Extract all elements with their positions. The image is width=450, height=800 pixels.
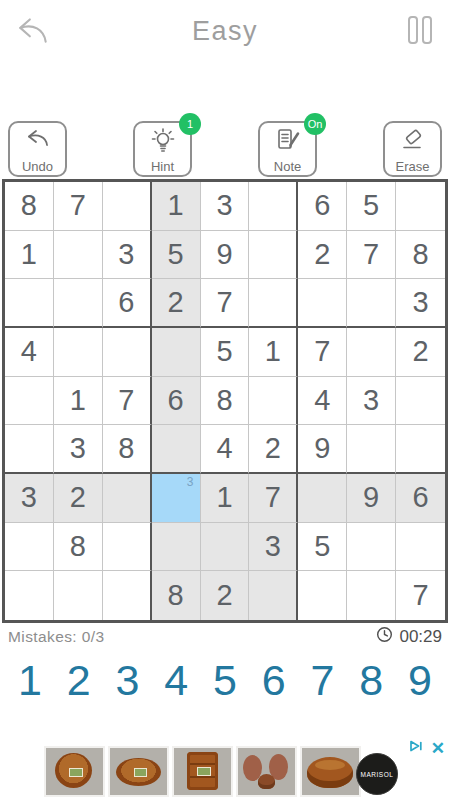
pause-icon	[406, 32, 434, 49]
cell-r6c5[interactable]: 4	[201, 425, 250, 474]
cell-r7c8[interactable]: 9	[347, 474, 396, 523]
cell-r9c5[interactable]: 2	[201, 571, 250, 620]
note-label: Note	[274, 160, 301, 173]
cell-r5c1[interactable]	[5, 377, 54, 426]
cell-r1c4[interactable]: 1	[152, 182, 201, 231]
pause-button[interactable]	[406, 14, 434, 46]
timer: 00:29	[376, 626, 442, 648]
cell-r3c2[interactable]	[54, 279, 103, 328]
ad-thumbnail-round-bowl[interactable]	[44, 746, 105, 797]
cell-r8c9[interactable]	[396, 523, 445, 572]
toolbar: Undo Hint 1 Note On	[0, 121, 450, 179]
number-pad: 123456789	[0, 650, 450, 710]
erase-button[interactable]: Erase	[383, 121, 442, 177]
cell-r4c4[interactable]	[152, 328, 201, 377]
cell-r4c5[interactable]: 5	[201, 328, 250, 377]
cell-r5c9[interactable]	[396, 377, 445, 426]
cell-r7c3[interactable]	[103, 474, 152, 523]
cell-r2c4[interactable]: 5	[152, 231, 201, 280]
mistakes-counter: Mistakes: 0/3	[8, 628, 105, 646]
cell-r8c7[interactable]: 5	[298, 523, 347, 572]
ad-close-icon[interactable]: ✕	[431, 740, 445, 757]
cell-r2c7[interactable]: 2	[298, 231, 347, 280]
cell-r6c2[interactable]: 3	[54, 425, 103, 474]
cell-r7c1[interactable]: 3	[5, 474, 54, 523]
numpad-9[interactable]: 9	[408, 650, 432, 710]
note-button[interactable]: Note On	[258, 121, 317, 177]
cell-r3c9[interactable]: 3	[396, 279, 445, 328]
sudoku-grid: 8713651359278627345172176843384293231796…	[2, 179, 448, 623]
numpad-5[interactable]: 5	[213, 650, 237, 710]
cell-r7c6[interactable]: 7	[249, 474, 298, 523]
numpad-8[interactable]: 8	[359, 650, 383, 710]
numpad-4[interactable]: 4	[164, 650, 188, 710]
cell-r9c1[interactable]	[5, 571, 54, 620]
cell-r2c1[interactable]: 1	[5, 231, 54, 280]
erase-label: Erase	[396, 160, 430, 173]
clock-icon	[376, 626, 393, 648]
ad-thumbnail-plate-set[interactable]	[236, 746, 297, 797]
cell-r5c8[interactable]: 3	[347, 377, 396, 426]
cell-r1c6[interactable]	[249, 182, 298, 231]
undo-button[interactable]: Undo	[8, 121, 67, 177]
cell-r3c1[interactable]	[5, 279, 54, 328]
cell-r6c6[interactable]: 2	[249, 425, 298, 474]
cell-r6c8[interactable]	[347, 425, 396, 474]
cell-r5c7[interactable]: 4	[298, 377, 347, 426]
ad-thumbnails	[44, 746, 361, 797]
ad-thumbnail-divided-tray[interactable]	[172, 746, 233, 797]
hint-label: Hint	[151, 160, 174, 173]
cell-r5c6[interactable]	[249, 377, 298, 426]
cell-r1c5[interactable]: 3	[201, 182, 250, 231]
cell-r3c5[interactable]: 7	[201, 279, 250, 328]
cell-r1c1[interactable]: 8	[5, 182, 54, 231]
cell-r9c7[interactable]	[298, 571, 347, 620]
cell-r5c4[interactable]: 6	[152, 377, 201, 426]
cell-r2c2[interactable]	[54, 231, 103, 280]
cell-r2c9[interactable]: 8	[396, 231, 445, 280]
hint-button[interactable]: Hint 1	[133, 121, 192, 177]
adchoices-icon[interactable]	[408, 738, 424, 758]
ad-controls: ✕	[408, 738, 445, 758]
cell-r4c2[interactable]	[54, 328, 103, 377]
cell-r1c3[interactable]	[103, 182, 152, 231]
cell-r6c7[interactable]: 9	[298, 425, 347, 474]
ad-thumbnail-oval-platter[interactable]	[108, 746, 169, 797]
cell-r9c3[interactable]	[103, 571, 152, 620]
cell-r2c6[interactable]	[249, 231, 298, 280]
cell-r7c5[interactable]: 1	[201, 474, 250, 523]
cell-r9c6[interactable]	[249, 571, 298, 620]
cell-r8c5[interactable]	[201, 523, 250, 572]
cell-r6c3[interactable]: 8	[103, 425, 152, 474]
ad-banner[interactable]: MARISOL ✕	[0, 740, 450, 798]
cell-r8c4[interactable]	[152, 523, 201, 572]
cell-r3c7[interactable]	[298, 279, 347, 328]
cell-r5c2[interactable]: 1	[54, 377, 103, 426]
cell-r7c7[interactable]	[298, 474, 347, 523]
undo-label: Undo	[22, 160, 53, 173]
cell-r8c8[interactable]	[347, 523, 396, 572]
ad-thumbnail-wide-bowl[interactable]	[300, 746, 361, 797]
cell-r8c2[interactable]: 8	[54, 523, 103, 572]
cell-r2c8[interactable]: 7	[347, 231, 396, 280]
ad-logo-badge[interactable]: MARISOL	[356, 753, 398, 795]
header: Easy	[0, 0, 450, 60]
cell-r1c2[interactable]: 7	[54, 182, 103, 231]
cell-r3c3[interactable]: 6	[103, 279, 152, 328]
cell-r9c9[interactable]: 7	[396, 571, 445, 620]
cell-r2c3[interactable]: 3	[103, 231, 152, 280]
cell-r3c8[interactable]	[347, 279, 396, 328]
cell-r8c1[interactable]	[5, 523, 54, 572]
numpad-7[interactable]: 7	[311, 650, 335, 710]
cell-r4c6[interactable]: 1	[249, 328, 298, 377]
cell-r6c1[interactable]	[5, 425, 54, 474]
cell-r7c4[interactable]: 3	[152, 474, 201, 523]
cell-r7c2[interactable]: 2	[54, 474, 103, 523]
cell-r9c8[interactable]	[347, 571, 396, 620]
numpad-3[interactable]: 3	[116, 650, 140, 710]
pencil-note: 3	[187, 475, 194, 489]
cell-r4c8[interactable]	[347, 328, 396, 377]
cell-r7c9[interactable]: 6	[396, 474, 445, 523]
mistakes-label: Mistakes:	[8, 628, 77, 645]
cell-r9c2[interactable]	[54, 571, 103, 620]
mistakes-value: 0/3	[82, 628, 105, 645]
cell-r6c9[interactable]	[396, 425, 445, 474]
cell-r5c3[interactable]: 7	[103, 377, 152, 426]
timer-value: 00:29	[399, 627, 442, 647]
cell-r6c4[interactable]	[152, 425, 201, 474]
cell-r1c9[interactable]	[396, 182, 445, 231]
numpad-1[interactable]: 1	[18, 650, 42, 710]
cell-r5c5[interactable]: 8	[201, 377, 250, 426]
status-bar: Mistakes: 0/3 00:29	[0, 626, 450, 648]
note-on-badge: On	[304, 113, 326, 135]
cell-r4c9[interactable]: 2	[396, 328, 445, 377]
cell-r3c6[interactable]	[249, 279, 298, 328]
hint-count-badge: 1	[179, 113, 201, 135]
numpad-6[interactable]: 6	[262, 650, 286, 710]
cell-r1c8[interactable]: 5	[347, 182, 396, 231]
cell-r2c5[interactable]: 9	[201, 231, 250, 280]
cell-r8c6[interactable]: 3	[249, 523, 298, 572]
cell-r4c1[interactable]: 4	[5, 328, 54, 377]
cell-r3c4[interactable]: 2	[152, 279, 201, 328]
cell-r4c7[interactable]: 7	[298, 328, 347, 377]
page-title: Easy	[0, 16, 450, 47]
cell-r1c7[interactable]: 6	[298, 182, 347, 231]
numpad-2[interactable]: 2	[67, 650, 91, 710]
cell-r8c3[interactable]	[103, 523, 152, 572]
cell-r9c4[interactable]: 8	[152, 571, 201, 620]
cell-r4c3[interactable]	[103, 328, 152, 377]
